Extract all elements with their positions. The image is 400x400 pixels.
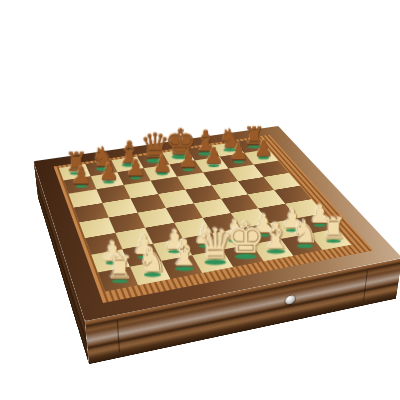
- chess-set-photo: ♜♞♝♛♚♝♞♜♟♟♟♟♟♟♟♟♟♟♟♟♟♟♟♟♜♞♝♛♚♝♞♜: [0, 0, 400, 400]
- chess-box: ♜♞♝♛♚♝♞♜♟♟♟♟♟♟♟♟♟♟♟♟♟♟♟♟♜♞♝♛♚♝♞♜: [33, 126, 400, 321]
- square-a1[interactable]: ♜: [98, 267, 138, 292]
- drawer-seam-left: [117, 320, 120, 352]
- chessboard: ♜♞♝♛♚♝♞♜♟♟♟♟♟♟♟♟♟♟♟♟♟♟♟♟♜♞♝♛♚♝♞♜: [59, 138, 351, 291]
- square-d5[interactable]: [158, 190, 194, 208]
- drawer-seam-right: [363, 270, 368, 301]
- rook-glyph: ♜: [92, 252, 148, 283]
- pawn-glyph: ♟: [58, 165, 104, 188]
- drawer-knob[interactable]: [285, 294, 295, 304]
- square-b5[interactable]: [102, 198, 137, 217]
